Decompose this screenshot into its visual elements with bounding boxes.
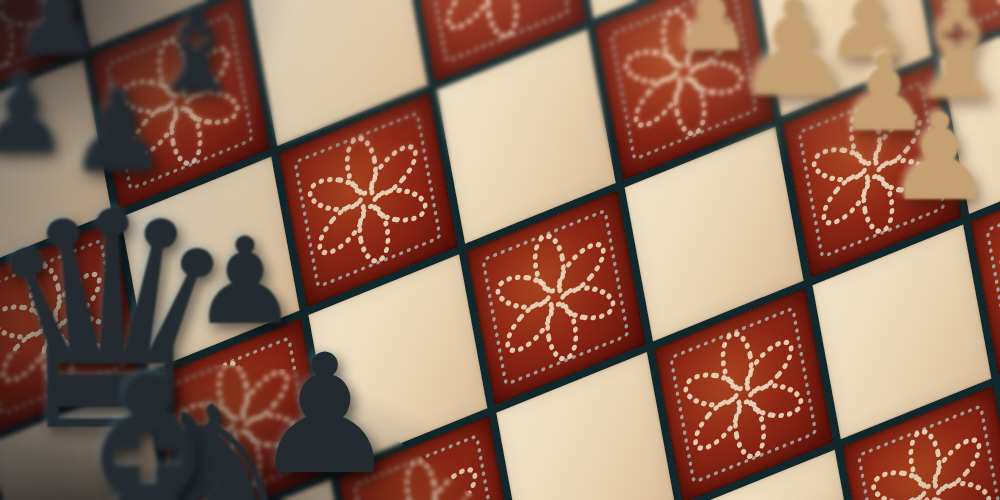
white-pawn[interactable]: ♟: [886, 98, 994, 218]
black-bishop[interactable]: ♝: [14, 339, 283, 500]
chessboard-photo: ♟♟♟♝♟♝♟♟♟♟♟♛♟♞♝ Oblique close-up photogr…: [0, 0, 1000, 500]
